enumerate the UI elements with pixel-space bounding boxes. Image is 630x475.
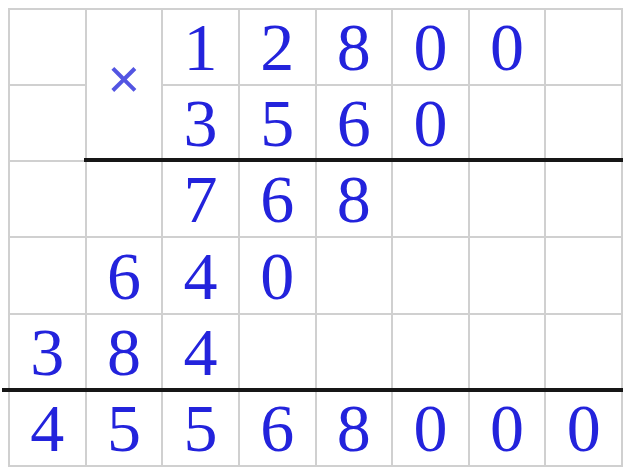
product-rule-line [2,388,623,392]
grid-cell-r2c8 [546,86,623,162]
grid-cell-r6c2: 5 [87,391,164,467]
grid-cell-r6c7: 0 [470,391,547,467]
grid-cell-r4c1 [10,238,87,314]
grid-cell-r6c4: 6 [240,391,317,467]
grid-cell-r6c6: 0 [393,391,470,467]
grid-cell-r6c3: 5 [163,391,240,467]
grid-cell-r2c3: 3 [163,86,240,162]
grid-cell-r2c4: 5 [240,86,317,162]
grid-cell-r3c2 [87,162,164,238]
grid-cell-r3c6 [393,162,470,238]
grid-cell-r1c1 [10,10,87,86]
grid-cell-r1c5: 8 [317,10,394,86]
grid-cell-r5c8 [546,315,623,391]
grid-cell-r4c7 [470,238,547,314]
worksheet-grid: ×12800356076864038445568000 [8,8,623,467]
grid-cell-r3c1 [10,162,87,238]
grid-cell-r5c3: 4 [163,315,240,391]
grid-cell-r6c8: 0 [546,391,623,467]
grid-cell-r5c2: 8 [87,315,164,391]
grid-cell-r3c3: 7 [163,162,240,238]
grid-cell-r5c5 [317,315,394,391]
grid-cell-r6c1: 4 [10,391,87,467]
grid-cell-r3c8 [546,162,623,238]
grid-cell-r4c2: 6 [87,238,164,314]
grid-cell-r5c4 [240,315,317,391]
multiplication-worksheet: ×12800356076864038445568000 [0,0,630,475]
grid-cell-r1c6: 0 [393,10,470,86]
grid-cell-r1c3: 1 [163,10,240,86]
grid-cell-r5c6 [393,315,470,391]
grid-cell-r2c1 [10,86,87,162]
grid-cell-r3c4: 6 [240,162,317,238]
grid-cell-r4c4: 0 [240,238,317,314]
grid-cell-r1c7: 0 [470,10,547,86]
grid-cell-r3c5: 8 [317,162,394,238]
grid-cell-r5c7 [470,315,547,391]
multiplication-sign: × [87,10,164,162]
grid-cell-r4c3: 4 [163,238,240,314]
partial-products-rule-line [84,158,623,162]
grid-cell-r1c4: 2 [240,10,317,86]
grid-cell-r6c5: 8 [317,391,394,467]
grid-cell-r4c5 [317,238,394,314]
grid-cell-r4c8 [546,238,623,314]
grid-cell-r1c8 [546,10,623,86]
grid-cell-r2c6: 0 [393,86,470,162]
grid-cell-r4c6 [393,238,470,314]
grid-cell-r5c1: 3 [10,315,87,391]
grid-cell-r2c7 [470,86,547,162]
grid-cell-r2c5: 6 [317,86,394,162]
grid-cell-r3c7 [470,162,547,238]
